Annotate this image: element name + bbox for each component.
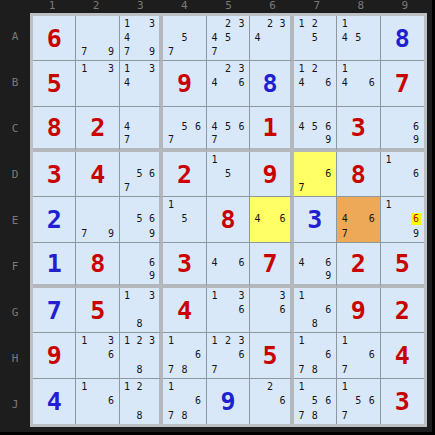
cell-C8[interactable]: 3 xyxy=(337,107,380,152)
candidate-B8-1[interactable]: 1 xyxy=(342,64,348,74)
cell-E7[interactable]: 3 xyxy=(294,197,337,242)
column-label-4: 4 xyxy=(162,0,206,12)
candidate-B2-1[interactable]: 1 xyxy=(81,64,87,74)
candidates-A5: 23457 xyxy=(208,17,248,59)
candidates-C4: 567 xyxy=(164,108,204,147)
cell-D4[interactable]: 2 xyxy=(163,152,206,197)
cell-F7[interactable]: 469 xyxy=(294,243,337,288)
solved-digit-C2: 2 xyxy=(76,107,118,148)
cell-C7[interactable]: 4569 xyxy=(294,107,337,152)
candidates-J8: 1567 xyxy=(338,380,378,423)
candidate-H5-3[interactable]: 3 xyxy=(238,336,244,346)
cell-D9[interactable]: 16 xyxy=(381,152,424,197)
candidate-E9-9[interactable]: 9 xyxy=(413,229,419,239)
candidates-H4: 1678 xyxy=(164,334,204,376)
candidate-G7-1[interactable]: 1 xyxy=(298,291,304,301)
cell-C1[interactable]: 8 xyxy=(33,107,76,152)
solved-digit-H9: 4 xyxy=(381,333,424,377)
candidate-G7-8[interactable]: 8 xyxy=(312,319,318,329)
candidate-E2-9[interactable]: 9 xyxy=(108,229,114,239)
column-label-8: 8 xyxy=(339,0,383,12)
cell-C6[interactable]: 1 xyxy=(250,107,293,152)
solved-digit-B6: 8 xyxy=(250,61,289,105)
candidate-A5-2[interactable]: 2 xyxy=(225,19,231,29)
candidate-J2-1[interactable]: 1 xyxy=(81,382,87,392)
column-label-9: 9 xyxy=(383,0,427,12)
candidate-J8-1[interactable]: 1 xyxy=(342,382,348,392)
candidate-E8-6[interactable]: 6 xyxy=(369,214,375,224)
candidate-A2-7[interactable]: 7 xyxy=(81,47,87,57)
solved-digit-B4: 9 xyxy=(163,61,205,105)
candidate-G6-3[interactable]: 3 xyxy=(279,291,285,301)
cell-H2[interactable]: 136 xyxy=(76,333,119,378)
candidate-A3-1[interactable]: 1 xyxy=(124,19,130,29)
candidate-G5-3[interactable]: 3 xyxy=(238,291,244,301)
candidate-J8-5[interactable]: 5 xyxy=(355,396,361,406)
cell-D8[interactable]: 8 xyxy=(337,152,380,197)
solved-digit-F2: 8 xyxy=(76,243,118,284)
candidates-H2: 136 xyxy=(77,334,117,376)
candidate-F3-6[interactable]: 6 xyxy=(149,258,155,268)
solved-digit-C1: 8 xyxy=(33,107,75,148)
candidate-H4-6[interactable]: 6 xyxy=(195,350,201,360)
candidates-C5: 4567 xyxy=(208,108,248,147)
cell-E6[interactable]: 46 xyxy=(250,197,293,242)
solved-digit-F8: 2 xyxy=(337,243,379,284)
solved-digit-D8: 8 xyxy=(337,152,379,196)
candidate-D3-5[interactable]: 5 xyxy=(137,169,143,179)
candidate-H5-7[interactable]: 7 xyxy=(211,365,217,375)
candidates-D5: 15 xyxy=(208,153,248,195)
candidate-D5-5[interactable]: 5 xyxy=(225,169,231,179)
solved-digit-C6: 1 xyxy=(250,107,289,148)
candidate-G3-3[interactable]: 3 xyxy=(149,291,155,301)
candidate-A2-9[interactable]: 9 xyxy=(108,47,114,57)
solved-digit-C8: 3 xyxy=(337,107,379,148)
candidate-G5-6[interactable]: 6 xyxy=(238,305,244,315)
candidate-B7-1[interactable]: 1 xyxy=(298,64,304,74)
candidate-B8-6[interactable]: 6 xyxy=(369,78,375,88)
candidate-C9-6[interactable]: 6 xyxy=(413,122,419,132)
candidate-H5-2[interactable]: 2 xyxy=(225,336,231,346)
solved-digit-J1: 4 xyxy=(33,379,75,424)
candidate-A8-1[interactable]: 1 xyxy=(342,19,348,29)
candidate-G5-1[interactable]: 1 xyxy=(211,291,217,301)
cell-C3[interactable]: 47 xyxy=(120,107,163,152)
cell-E1[interactable]: 2 xyxy=(33,197,76,242)
candidates-D9: 16 xyxy=(382,153,423,195)
candidate-D7-6[interactable]: 6 xyxy=(325,169,331,179)
candidate-H7-1[interactable]: 1 xyxy=(298,336,304,346)
cell-D7[interactable]: 67 xyxy=(294,152,337,197)
cell-A1[interactable]: 6 xyxy=(33,16,76,61)
cell-B9[interactable]: 7 xyxy=(381,61,424,106)
candidate-J4-6[interactable]: 6 xyxy=(195,396,201,406)
solved-digit-G8: 9 xyxy=(337,288,379,332)
candidate-H8-1[interactable]: 1 xyxy=(342,336,348,346)
cell-F8[interactable]: 2 xyxy=(337,243,380,288)
cell-C4[interactable]: 567 xyxy=(163,107,206,152)
cell-J2[interactable]: 16 xyxy=(76,379,119,424)
candidate-C5-6[interactable]: 6 xyxy=(238,122,244,132)
cell-A8[interactable]: 145 xyxy=(337,16,380,61)
cell-A6[interactable]: 234 xyxy=(250,16,293,61)
candidate-B7-4[interactable]: 4 xyxy=(298,78,304,88)
cell-J8[interactable]: 1567 xyxy=(337,379,380,424)
candidate-A4-5[interactable]: 5 xyxy=(182,33,188,43)
candidates-H3: 1238 xyxy=(121,334,158,376)
candidates-A4: 57 xyxy=(164,17,204,59)
cell-B2[interactable]: 13 xyxy=(76,61,119,106)
cell-F5[interactable]: 46 xyxy=(207,243,250,288)
candidate-E3-6[interactable]: 6 xyxy=(149,214,155,224)
candidate-J4-7[interactable]: 7 xyxy=(168,411,174,421)
candidate-H3-1[interactable]: 1 xyxy=(124,336,130,346)
candidate-G3-1[interactable]: 1 xyxy=(124,291,130,301)
solved-digit-B1: 5 xyxy=(33,61,75,105)
cell-H6[interactable]: 5 xyxy=(250,333,293,378)
candidate-A3-7[interactable]: 7 xyxy=(124,47,130,57)
candidate-A6-3[interactable]: 3 xyxy=(279,19,285,29)
cell-H1[interactable]: 9 xyxy=(33,333,76,378)
candidate-H3-8[interactable]: 8 xyxy=(137,365,143,375)
candidate-E4-1[interactable]: 1 xyxy=(168,200,174,210)
cell-E4[interactable]: 15 xyxy=(163,197,206,242)
solved-digit-D4: 2 xyxy=(163,152,205,196)
cell-G1[interactable]: 7 xyxy=(33,288,76,333)
candidates-C3: 47 xyxy=(121,108,158,147)
candidates-A8: 145 xyxy=(338,17,378,59)
cell-F9[interactable]: 5 xyxy=(381,243,424,288)
candidate-F7-6[interactable]: 6 xyxy=(325,258,331,268)
solved-digit-E5: 8 xyxy=(207,197,249,241)
cell-B5[interactable]: 2346 xyxy=(207,61,250,106)
candidate-A6-2[interactable]: 2 xyxy=(267,19,273,29)
row-label-G: G xyxy=(0,289,30,335)
column-label-1: 1 xyxy=(30,0,74,12)
cell-E9[interactable]: 169 xyxy=(381,197,424,242)
row-label-C: C xyxy=(0,105,30,151)
candidate-E6-4[interactable]: 4 xyxy=(254,214,260,224)
cell-G7[interactable]: 168 xyxy=(294,288,337,333)
candidate-F5-4[interactable]: 4 xyxy=(211,258,217,268)
candidate-D7-7[interactable]: 7 xyxy=(298,183,304,193)
solved-digit-G9: 2 xyxy=(381,288,424,332)
candidate-E3-9[interactable]: 9 xyxy=(149,229,155,239)
candidate-B5-3[interactable]: 3 xyxy=(238,64,244,74)
solved-digit-E7: 3 xyxy=(294,197,336,241)
candidate-H7-7[interactable]: 7 xyxy=(298,365,304,375)
candidate-C7-4[interactable]: 4 xyxy=(298,122,304,132)
candidate-C3-7[interactable]: 7 xyxy=(124,135,130,145)
candidate-C5-7[interactable]: 7 xyxy=(211,135,217,145)
candidate-H4-7[interactable]: 7 xyxy=(168,365,174,375)
candidate-J7-8[interactable]: 8 xyxy=(312,411,318,421)
cell-F1[interactable]: 1 xyxy=(33,243,76,288)
cell-A3[interactable]: 13479 xyxy=(120,16,163,61)
candidate-B7-2[interactable]: 2 xyxy=(312,64,318,74)
row-label-B: B xyxy=(0,59,30,105)
solved-digit-J9: 3 xyxy=(381,379,424,424)
cell-G8[interactable]: 9 xyxy=(337,288,380,333)
candidate-H8-6[interactable]: 6 xyxy=(369,350,375,360)
candidate-J3-2[interactable]: 2 xyxy=(137,382,143,392)
candidate-A4-7[interactable]: 7 xyxy=(168,47,174,57)
row-label-F: F xyxy=(0,243,30,289)
candidate-H5-1[interactable]: 1 xyxy=(211,336,217,346)
cell-E5[interactable]: 8 xyxy=(207,197,250,242)
candidate-A5-5[interactable]: 5 xyxy=(225,33,231,43)
cell-B6[interactable]: 8 xyxy=(250,61,293,106)
candidate-A3-3[interactable]: 3 xyxy=(149,19,155,29)
candidates-C9: 69 xyxy=(382,108,423,147)
candidate-H3-3[interactable]: 3 xyxy=(149,336,155,346)
solved-digit-E1: 2 xyxy=(33,197,75,241)
row-label-A: A xyxy=(0,13,30,59)
solved-digit-D2: 4 xyxy=(76,152,118,196)
cell-G4[interactable]: 4 xyxy=(163,288,206,333)
cell-H7[interactable]: 1678 xyxy=(294,333,337,378)
candidate-C4-5[interactable]: 5 xyxy=(182,122,188,132)
candidate-G3-8[interactable]: 8 xyxy=(137,319,143,329)
candidate-A5-4[interactable]: 4 xyxy=(211,33,217,43)
cell-G5[interactable]: 136 xyxy=(207,288,250,333)
candidate-J4-8[interactable]: 8 xyxy=(182,411,188,421)
candidate-B8-4[interactable]: 4 xyxy=(342,78,348,88)
candidate-H2-3[interactable]: 3 xyxy=(108,336,114,346)
app-window: 123456789 ABCDEFGHJ 67913479572345723412… xyxy=(0,0,435,435)
candidates-C7: 4569 xyxy=(295,108,335,147)
candidate-J2-6[interactable]: 6 xyxy=(108,396,114,406)
candidate-J6-6[interactable]: 6 xyxy=(279,396,285,406)
candidate-D5-1[interactable]: 1 xyxy=(211,155,217,165)
cell-B3[interactable]: 134 xyxy=(120,61,163,106)
candidate-H4-8[interactable]: 8 xyxy=(182,365,188,375)
cell-F6[interactable]: 7 xyxy=(250,243,293,288)
candidate-A6-4[interactable]: 4 xyxy=(254,33,260,43)
candidates-G3: 138 xyxy=(121,289,158,331)
candidate-C7-5[interactable]: 5 xyxy=(312,122,318,132)
candidate-B3-1[interactable]: 1 xyxy=(124,64,130,74)
candidate-E4-5[interactable]: 5 xyxy=(182,214,188,224)
candidate-H8-7[interactable]: 7 xyxy=(342,365,348,375)
candidate-A7-5[interactable]: 5 xyxy=(312,33,318,43)
cell-J1[interactable]: 4 xyxy=(33,379,76,424)
candidate-J7-7[interactable]: 7 xyxy=(298,411,304,421)
candidate-J6-2[interactable]: 2 xyxy=(267,382,273,392)
cell-C5[interactable]: 4567 xyxy=(207,107,250,152)
cell-F4[interactable]: 3 xyxy=(163,243,206,288)
candidates-B5: 2346 xyxy=(208,62,248,104)
cell-J7[interactable]: 15678 xyxy=(294,379,337,424)
cell-B1[interactable]: 5 xyxy=(33,61,76,106)
cell-A2[interactable]: 79 xyxy=(76,16,119,61)
candidate-J3-8[interactable]: 8 xyxy=(137,411,143,421)
candidate-F5-6[interactable]: 6 xyxy=(238,258,244,268)
cell-J9[interactable]: 3 xyxy=(381,379,424,424)
candidate-C5-5[interactable]: 5 xyxy=(225,122,231,132)
candidate-E9-6[interactable]: 6 xyxy=(411,213,421,225)
candidate-B5-2[interactable]: 2 xyxy=(225,64,231,74)
candidates-D3: 567 xyxy=(121,153,158,195)
row-label-E: E xyxy=(0,197,30,243)
candidate-C4-7[interactable]: 7 xyxy=(168,135,174,145)
candidates-F5: 46 xyxy=(208,244,248,283)
solved-digit-G1: 7 xyxy=(33,288,75,332)
candidates-D7: 67 xyxy=(295,153,335,195)
cell-D2[interactable]: 4 xyxy=(76,152,119,197)
cell-H5[interactable]: 12367 xyxy=(207,333,250,378)
cell-D3[interactable]: 567 xyxy=(120,152,163,197)
candidate-A5-3[interactable]: 3 xyxy=(238,19,244,29)
candidate-C5-4[interactable]: 4 xyxy=(211,122,217,132)
cell-G9[interactable]: 2 xyxy=(381,288,424,333)
cell-A9[interactable]: 8 xyxy=(381,16,424,61)
candidates-J3: 128 xyxy=(121,380,158,423)
cell-D6[interactable]: 9 xyxy=(250,152,293,197)
candidates-J7: 15678 xyxy=(295,380,335,423)
cell-F3[interactable]: 69 xyxy=(120,243,163,288)
cell-C2[interactable]: 2 xyxy=(76,107,119,152)
candidate-D3-6[interactable]: 6 xyxy=(149,169,155,179)
cell-J4[interactable]: 1678 xyxy=(163,379,206,424)
candidate-A7-2[interactable]: 2 xyxy=(312,19,318,29)
row-label-D: D xyxy=(0,151,30,197)
solved-digit-H6: 5 xyxy=(250,333,289,377)
candidate-A8-5[interactable]: 5 xyxy=(355,33,361,43)
cell-J5[interactable]: 9 xyxy=(207,379,250,424)
cell-D1[interactable]: 3 xyxy=(33,152,76,197)
candidates-E2: 79 xyxy=(77,198,117,240)
candidate-H2-1[interactable]: 1 xyxy=(81,336,87,346)
candidate-G7-6[interactable]: 6 xyxy=(325,305,331,315)
row-label-J: J xyxy=(0,381,30,427)
candidates-B8: 146 xyxy=(338,62,378,104)
candidate-H3-2[interactable]: 2 xyxy=(137,336,143,346)
candidate-A8-4[interactable]: 4 xyxy=(342,33,348,43)
candidate-E2-7[interactable]: 7 xyxy=(81,229,87,239)
row-labels: ABCDEFGHJ xyxy=(0,13,30,427)
candidate-A3-4[interactable]: 4 xyxy=(124,33,130,43)
cell-C9[interactable]: 69 xyxy=(381,107,424,152)
candidate-F7-4[interactable]: 4 xyxy=(298,258,304,268)
candidate-A7-1[interactable]: 1 xyxy=(298,19,304,29)
cell-G3[interactable]: 138 xyxy=(120,288,163,333)
cell-E8[interactable]: 467 xyxy=(337,197,380,242)
candidates-J2: 16 xyxy=(77,380,117,423)
candidate-J8-6[interactable]: 6 xyxy=(369,396,375,406)
cell-A4[interactable]: 57 xyxy=(163,16,206,61)
candidate-C3-4[interactable]: 4 xyxy=(124,122,130,132)
column-label-2: 2 xyxy=(74,0,118,12)
candidate-C9-9[interactable]: 9 xyxy=(413,135,419,145)
candidate-B5-4[interactable]: 4 xyxy=(211,78,217,88)
solved-digit-F6: 7 xyxy=(250,243,289,284)
candidate-J7-1[interactable]: 1 xyxy=(298,382,304,392)
candidate-D3-7[interactable]: 7 xyxy=(124,183,130,193)
cell-A5[interactable]: 23457 xyxy=(207,16,250,61)
candidate-J4-1[interactable]: 1 xyxy=(168,382,174,392)
candidate-C7-9[interactable]: 9 xyxy=(325,135,331,145)
cell-G2[interactable]: 5 xyxy=(76,288,119,333)
candidates-G7: 168 xyxy=(295,289,335,331)
solved-digit-G2: 5 xyxy=(76,288,118,332)
cell-J6[interactable]: 26 xyxy=(250,379,293,424)
cell-E3[interactable]: 569 xyxy=(120,197,163,242)
candidate-D9-6[interactable]: 6 xyxy=(413,169,419,179)
solved-digit-A9: 8 xyxy=(381,16,424,60)
candidate-H5-6[interactable]: 6 xyxy=(238,350,244,360)
candidate-J7-6[interactable]: 6 xyxy=(325,396,331,406)
cell-G6[interactable]: 36 xyxy=(250,288,293,333)
candidate-H4-1[interactable]: 1 xyxy=(168,336,174,346)
candidate-B5-6[interactable]: 6 xyxy=(238,78,244,88)
column-label-6: 6 xyxy=(251,0,295,12)
candidates-G6: 36 xyxy=(251,289,288,331)
candidates-A6: 234 xyxy=(251,17,288,59)
candidates-A3: 13479 xyxy=(121,17,158,59)
candidate-E6-6[interactable]: 6 xyxy=(279,214,285,224)
solved-digit-D6: 9 xyxy=(250,152,289,196)
candidate-E3-5[interactable]: 5 xyxy=(137,214,143,224)
cell-A7[interactable]: 125 xyxy=(294,16,337,61)
candidate-H7-6[interactable]: 6 xyxy=(325,350,331,360)
candidate-A5-7[interactable]: 7 xyxy=(211,47,217,57)
row-label-H: H xyxy=(0,335,30,381)
cell-H4[interactable]: 1678 xyxy=(163,333,206,378)
cell-H3[interactable]: 1238 xyxy=(120,333,163,378)
candidate-D9-1[interactable]: 1 xyxy=(385,155,391,165)
candidate-B3-4[interactable]: 4 xyxy=(124,78,130,88)
candidates-G5: 136 xyxy=(208,289,248,331)
candidates-E8: 467 xyxy=(338,198,378,240)
cell-H8[interactable]: 167 xyxy=(337,333,380,378)
cell-B7[interactable]: 1246 xyxy=(294,61,337,106)
candidate-B2-3[interactable]: 3 xyxy=(108,64,114,74)
candidate-E9-1[interactable]: 1 xyxy=(385,200,391,210)
candidate-E8-4[interactable]: 4 xyxy=(342,214,348,224)
candidate-E8-7[interactable]: 7 xyxy=(342,229,348,239)
candidate-F3-9[interactable]: 9 xyxy=(149,271,155,281)
candidate-A3-9[interactable]: 9 xyxy=(149,47,155,57)
candidate-J8-7[interactable]: 7 xyxy=(342,411,348,421)
candidate-F7-9[interactable]: 9 xyxy=(325,271,331,281)
cell-D5[interactable]: 15 xyxy=(207,152,250,197)
cell-F2[interactable]: 8 xyxy=(76,243,119,288)
solved-digit-B9: 7 xyxy=(381,61,424,105)
candidates-H8: 167 xyxy=(338,334,378,376)
candidate-J7-5[interactable]: 5 xyxy=(312,396,318,406)
cell-B8[interactable]: 146 xyxy=(337,61,380,106)
candidate-H7-8[interactable]: 8 xyxy=(312,365,318,375)
candidate-G6-6[interactable]: 6 xyxy=(279,305,285,315)
candidate-C7-6[interactable]: 6 xyxy=(325,122,331,132)
candidate-J3-1[interactable]: 1 xyxy=(124,382,130,392)
solved-digit-H1: 9 xyxy=(33,333,75,377)
cell-B4[interactable]: 9 xyxy=(163,61,206,106)
solved-digit-A1: 6 xyxy=(33,16,75,60)
cell-J3[interactable]: 128 xyxy=(120,379,163,424)
candidate-B3-3[interactable]: 3 xyxy=(149,64,155,74)
candidate-B7-6[interactable]: 6 xyxy=(325,78,331,88)
candidate-C4-6[interactable]: 6 xyxy=(195,122,201,132)
cell-E2[interactable]: 79 xyxy=(76,197,119,242)
cell-H9[interactable]: 4 xyxy=(381,333,424,378)
candidates-J4: 1678 xyxy=(164,380,204,423)
candidate-H2-6[interactable]: 6 xyxy=(108,350,114,360)
solved-digit-F9: 5 xyxy=(381,243,424,284)
candidates-E3: 569 xyxy=(121,198,158,240)
